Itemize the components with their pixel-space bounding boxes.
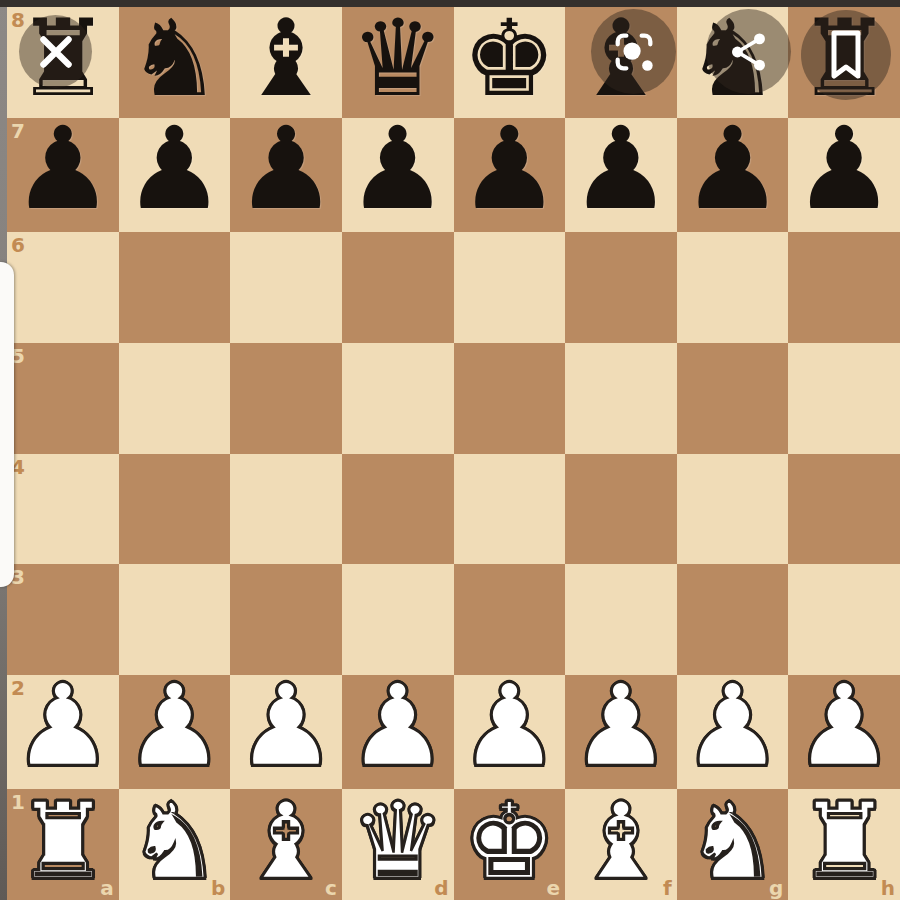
piece-white-queen: ♛: [350, 789, 445, 895]
square-g6: [677, 232, 789, 343]
square-f6: [565, 232, 677, 343]
square-d4: [342, 454, 454, 565]
close-button[interactable]: [19, 15, 92, 88]
piece-white-pawn: ♟: [235, 669, 337, 783]
square-b4: [119, 454, 231, 565]
square-h6: [788, 232, 900, 343]
piece-black-pawn: ♟: [235, 112, 337, 226]
piece-white-pawn: ♟: [12, 669, 114, 783]
square-c4: [230, 454, 342, 565]
square-f4: [565, 454, 677, 565]
square-h4: [788, 454, 900, 565]
square-g2: ♟: [677, 675, 789, 789]
square-c6: [230, 232, 342, 343]
piece-black-pawn: ♟: [458, 112, 560, 226]
piece-white-rook: ♜: [15, 789, 110, 895]
square-f5: [565, 343, 677, 454]
piece-white-knight: ♞: [127, 789, 222, 895]
square-g7: ♟: [677, 118, 789, 232]
piece-black-pawn: ♟: [793, 112, 895, 226]
side-sheet-handle[interactable]: [0, 262, 14, 587]
piece-black-king: ♚: [462, 6, 557, 112]
square-b2: ♟: [119, 675, 231, 789]
square-e5: [454, 343, 566, 454]
piece-black-queen: ♛: [350, 6, 445, 112]
piece-white-pawn: ♟: [123, 669, 225, 783]
square-a2: 2♟: [7, 675, 119, 789]
square-d1: d♛: [342, 789, 454, 900]
bookmark-icon: [828, 29, 864, 81]
top-edge-bar: [0, 0, 900, 7]
square-h2: ♟: [788, 675, 900, 789]
square-d5: [342, 343, 454, 454]
square-g1: g♞: [677, 789, 789, 900]
square-a4: 4: [7, 454, 119, 565]
piece-black-pawn: ♟: [12, 112, 114, 226]
share-icon: [728, 31, 770, 73]
piece-white-bishop: ♝: [573, 789, 668, 895]
square-g5: [677, 343, 789, 454]
piece-black-pawn: ♟: [123, 112, 225, 226]
lens-button[interactable]: [591, 9, 676, 94]
piece-white-rook: ♜: [797, 789, 892, 895]
piece-white-pawn: ♟: [347, 669, 449, 783]
square-h7: ♟: [788, 118, 900, 232]
piece-white-pawn: ♟: [681, 669, 783, 783]
square-e2: ♟: [454, 675, 566, 789]
square-e1: e♚: [454, 789, 566, 900]
square-a6: 6: [7, 232, 119, 343]
square-c7: ♟: [230, 118, 342, 232]
square-c5: [230, 343, 342, 454]
piece-white-bishop: ♝: [239, 789, 334, 895]
square-d6: [342, 232, 454, 343]
square-e4: [454, 454, 566, 565]
piece-white-king: ♚: [462, 789, 557, 895]
square-f1: f♝: [565, 789, 677, 900]
square-h1: h♜: [788, 789, 900, 900]
square-e7: ♟: [454, 118, 566, 232]
piece-black-knight: ♞: [127, 6, 222, 112]
piece-white-pawn: ♟: [570, 669, 672, 783]
square-g4: [677, 454, 789, 565]
piece-black-pawn: ♟: [347, 112, 449, 226]
bookmark-button[interactable]: [801, 10, 891, 100]
share-button[interactable]: [706, 9, 791, 94]
square-b5: [119, 343, 231, 454]
square-e6: [454, 232, 566, 343]
square-c2: ♟: [230, 675, 342, 789]
piece-black-bishop: ♝: [239, 6, 334, 112]
rank-label-6: 6: [11, 235, 25, 255]
piece-white-pawn: ♟: [458, 669, 560, 783]
close-icon: [35, 31, 77, 73]
square-f7: ♟: [565, 118, 677, 232]
square-c1: c♝: [230, 789, 342, 900]
piece-white-pawn: ♟: [793, 669, 895, 783]
square-b7: ♟: [119, 118, 231, 232]
square-a5: 5: [7, 343, 119, 454]
piece-white-knight: ♞: [685, 789, 780, 895]
square-f2: ♟: [565, 675, 677, 789]
square-b1: b♞: [119, 789, 231, 900]
piece-black-pawn: ♟: [681, 112, 783, 226]
chess-board: 8♜♞♝♛♚♝♞♜7♟♟♟♟♟♟♟♟65432♟♟♟♟♟♟♟♟1a♜b♞c♝d♛…: [7, 7, 900, 900]
square-a7: 7♟: [7, 118, 119, 232]
google-lens-icon: [611, 29, 657, 75]
square-a1: 1a♜: [7, 789, 119, 900]
piece-black-pawn: ♟: [570, 112, 672, 226]
image-viewer-screen: 8♜♞♝♛♚♝♞♜7♟♟♟♟♟♟♟♟65432♟♟♟♟♟♟♟♟1a♜b♞c♝d♛…: [0, 0, 900, 900]
square-d7: ♟: [342, 118, 454, 232]
square-b6: [119, 232, 231, 343]
square-h5: [788, 343, 900, 454]
square-d2: ♟: [342, 675, 454, 789]
